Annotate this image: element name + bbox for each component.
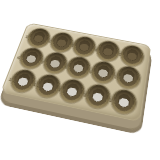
pit-number-label: 10 (113, 74, 121, 79)
pit-cell[interactable]: 13 (57, 77, 89, 106)
pit-number-label: 14 (82, 93, 90, 99)
pit-cell[interactable]: 10 (113, 64, 142, 92)
pit-number-label: 12 (32, 82, 40, 88)
cup-tray-board: 123456789101112131415 (0, 23, 151, 123)
pit-cell[interactable]: 8 (64, 55, 94, 82)
perspective-scene: 123456789101112131415 (0, 0, 160, 160)
pit-cell[interactable]: 11 (7, 67, 40, 95)
pit-number-label: 15 (108, 98, 116, 104)
pit-well (83, 83, 112, 111)
pit-well (8, 68, 39, 95)
pit-cell[interactable]: 6 (15, 46, 46, 72)
pit-cell[interactable]: 9 (88, 59, 118, 87)
pit-well (110, 88, 138, 117)
pit-cell[interactable]: 15 (108, 87, 139, 117)
pit-cell[interactable]: 12 (31, 72, 63, 101)
pit-well (115, 65, 142, 91)
pit-well (40, 51, 69, 76)
pit-cell[interactable]: 14 (82, 82, 113, 112)
pit-well (89, 60, 117, 86)
pit-number-label: 13 (57, 88, 65, 94)
pit-well (65, 56, 93, 81)
pit-well (58, 78, 88, 106)
product-photo-tray: 123456789101112131415 (0, 0, 160, 160)
pit-number-label: 11 (8, 77, 16, 82)
pit-well (32, 73, 62, 100)
pit-number-label: 9 (88, 69, 92, 74)
